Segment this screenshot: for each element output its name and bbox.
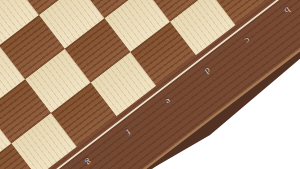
chessboard-photo: abcdefgh [0,0,300,169]
